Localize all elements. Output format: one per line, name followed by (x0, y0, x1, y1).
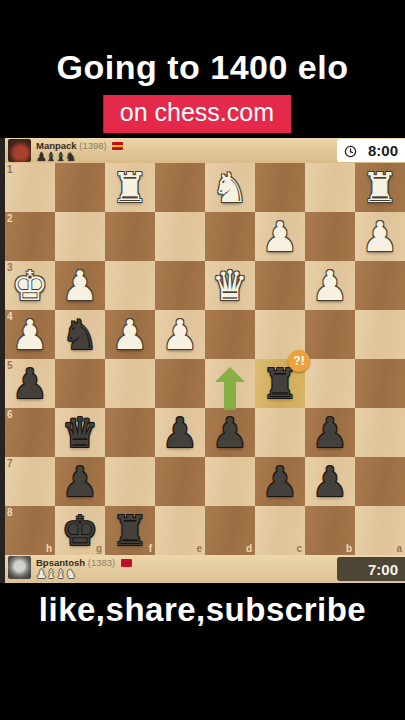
square-h5[interactable]: 5♟ (5, 359, 55, 408)
rank-label-3: 3 (7, 262, 13, 273)
file-label-h: h (46, 543, 52, 554)
piece-white-pawn[interactable]: ♟ (155, 310, 205, 359)
captured-black-knight-icon: ♞ (65, 150, 76, 164)
bottom-captured-pieces: ♟♝♝♞ (36, 566, 75, 579)
file-label-g: g (96, 543, 102, 554)
square-g7[interactable]: ♟ (55, 457, 105, 506)
top-player-bar: Manpack (1398) ♟♝♝♞ 8:00 (0, 138, 405, 163)
square-b2[interactable] (305, 212, 355, 261)
move-annotation-badge: ?! (288, 350, 310, 372)
square-f5[interactable] (105, 359, 155, 408)
bottom-player-clock: 7:00 (337, 557, 405, 581)
captured-white-knight-icon: ♞ (65, 567, 76, 581)
square-c2[interactable]: ♟ (255, 212, 305, 261)
square-g8[interactable]: g♚ (55, 506, 105, 555)
square-g5[interactable] (55, 359, 105, 408)
top-captured-pieces: ♟♝♝♞ (36, 149, 75, 162)
captured-white-bishop-icon: ♝ (46, 567, 57, 581)
best-move-arrow (215, 367, 245, 410)
square-d6[interactable]: ♟ (205, 408, 255, 457)
square-b8[interactable]: b (305, 506, 355, 555)
square-a7[interactable] (355, 457, 405, 506)
square-e6[interactable]: ♟ (155, 408, 205, 457)
square-f7[interactable] (105, 457, 155, 506)
square-e5[interactable] (155, 359, 205, 408)
square-h8[interactable]: 8h (5, 506, 55, 555)
square-h2[interactable]: 2 (5, 212, 55, 261)
piece-white-pawn[interactable]: ♟ (305, 261, 355, 310)
piece-white-pawn[interactable]: ♟ (55, 261, 105, 310)
square-d1[interactable]: ♞ (205, 163, 255, 212)
piece-black-pawn[interactable]: ♟ (255, 457, 305, 506)
top-clock-time: 8:00 (368, 142, 398, 159)
rank-label-1: 1 (7, 164, 13, 175)
square-e1[interactable] (155, 163, 205, 212)
square-h4[interactable]: 4♟ (5, 310, 55, 359)
square-b1[interactable] (305, 163, 355, 212)
square-h3[interactable]: 3♚ (5, 261, 55, 310)
square-f3[interactable] (105, 261, 155, 310)
square-d3[interactable]: ♛ (205, 261, 255, 310)
file-label-d: d (246, 543, 252, 554)
piece-black-knight[interactable]: ♞ (55, 310, 105, 359)
square-a3[interactable] (355, 261, 405, 310)
rank-label-2: 2 (7, 213, 13, 224)
video-title: Going to 1400 elo (0, 48, 405, 87)
file-label-c: c (296, 543, 302, 554)
piece-black-rook[interactable]: ♜ (105, 506, 155, 555)
square-f1[interactable]: ♜ (105, 163, 155, 212)
square-d4[interactable] (205, 310, 255, 359)
piece-white-pawn[interactable]: ♟ (255, 212, 305, 261)
square-g2[interactable] (55, 212, 105, 261)
bottom-player-bar: Bpsantosh (1383) ♟♝♝♞ 7:00 (0, 555, 405, 583)
piece-black-pawn[interactable]: ♟ (305, 457, 355, 506)
square-g1[interactable] (55, 163, 105, 212)
piece-black-pawn[interactable]: ♟ (205, 408, 255, 457)
piece-white-rook[interactable]: ♜ (105, 163, 155, 212)
square-d7[interactable] (205, 457, 255, 506)
square-f2[interactable] (105, 212, 155, 261)
square-c8[interactable]: c (255, 506, 305, 555)
captured-black-bishop-icon: ♝ (46, 150, 57, 164)
piece-black-pawn[interactable]: ♟ (305, 408, 355, 457)
piece-white-pawn[interactable]: ♟ (355, 212, 405, 261)
square-e4[interactable]: ♟ (155, 310, 205, 359)
square-b6[interactable]: ♟ (305, 408, 355, 457)
top-player-flag-icon (112, 142, 123, 150)
top-player-clock: 8:00 (337, 139, 405, 162)
square-a6[interactable] (355, 408, 405, 457)
square-b7[interactable]: ♟ (305, 457, 355, 506)
square-b3[interactable]: ♟ (305, 261, 355, 310)
square-d2[interactable] (205, 212, 255, 261)
square-e3[interactable] (155, 261, 205, 310)
square-a8[interactable]: a (355, 506, 405, 555)
square-b5[interactable] (305, 359, 355, 408)
square-e8[interactable]: e (155, 506, 205, 555)
piece-black-pawn[interactable]: ♟ (155, 408, 205, 457)
rank-label-7: 7 (7, 458, 13, 469)
bottom-player-rating: (1383) (88, 557, 115, 568)
piece-white-knight[interactable]: ♞ (205, 163, 255, 212)
square-f8[interactable]: f♜ (105, 506, 155, 555)
chess-app-screenshot: Manpack (1398) ♟♝♝♞ 8:00 1♜♞♜2♟♟3♚♟♛♟4♟♞… (0, 138, 405, 583)
square-h1[interactable]: 1 (5, 163, 55, 212)
piece-white-queen[interactable]: ♛ (205, 261, 255, 310)
square-e7[interactable] (155, 457, 205, 506)
rank-label-4: 4 (7, 311, 13, 322)
chess-board[interactable]: 1♜♞♜2♟♟3♚♟♛♟4♟♞♟♟5♟♜6♛♟♟♟7♟♟♟8hg♚f♜edcba… (5, 163, 405, 555)
square-g3[interactable]: ♟ (55, 261, 105, 310)
square-g6[interactable]: ♛ (55, 408, 105, 457)
file-label-f: f (149, 543, 152, 554)
chesscom-badge: on chess.com (103, 95, 291, 133)
square-a1[interactable]: ♜ (355, 163, 405, 212)
square-c3[interactable] (255, 261, 305, 310)
square-c7[interactable]: ♟ (255, 457, 305, 506)
square-f4[interactable]: ♟ (105, 310, 155, 359)
square-h7[interactable]: 7 (5, 457, 55, 506)
video-footer-text: like,share,subscribe (0, 591, 405, 629)
left-background-strip (0, 138, 5, 583)
square-b4[interactable] (305, 310, 355, 359)
piece-white-pawn[interactable]: ♟ (105, 310, 155, 359)
square-g4[interactable]: ♞ (55, 310, 105, 359)
file-label-a: a (396, 543, 402, 554)
bottom-clock-time: 7:00 (368, 561, 398, 578)
piece-white-rook[interactable]: ♜ (355, 163, 405, 212)
square-h6[interactable]: 6 (5, 408, 55, 457)
top-player-avatar[interactable] (8, 139, 31, 162)
rank-label-8: 8 (7, 507, 13, 518)
rank-label-5: 5 (7, 360, 13, 371)
rank-label-6: 6 (7, 409, 13, 420)
piece-black-queen[interactable]: ♛ (55, 408, 105, 457)
square-a5[interactable] (355, 359, 405, 408)
square-c6[interactable] (255, 408, 305, 457)
clock-icon (344, 144, 357, 161)
bottom-player-flag-icon (121, 559, 132, 567)
square-a4[interactable] (355, 310, 405, 359)
square-c1[interactable] (255, 163, 305, 212)
square-f6[interactable] (105, 408, 155, 457)
piece-black-pawn[interactable]: ♟ (55, 457, 105, 506)
bottom-player-avatar[interactable] (8, 556, 31, 579)
file-label-e: e (196, 543, 202, 554)
square-e2[interactable] (155, 212, 205, 261)
square-a2[interactable]: ♟ (355, 212, 405, 261)
file-label-b: b (346, 543, 352, 554)
square-d8[interactable]: d (205, 506, 255, 555)
top-player-rating: (1398) (79, 140, 106, 151)
